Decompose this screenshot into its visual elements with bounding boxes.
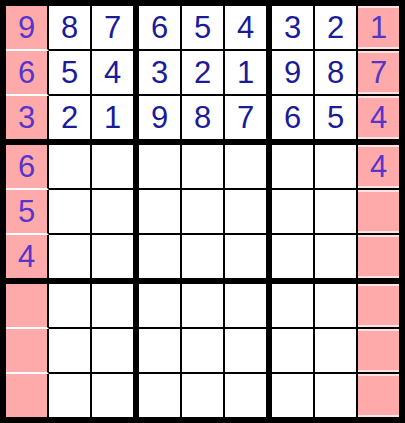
cell-r8c2[interactable] — [49, 329, 92, 374]
cell-r5c6[interactable] — [225, 190, 272, 235]
cell-r6c2[interactable] — [49, 235, 92, 284]
cell-r7c5[interactable] — [182, 284, 225, 329]
cell-r7c4[interactable] — [139, 284, 182, 329]
cell-r6c9[interactable] — [358, 235, 399, 284]
cell-r3c9[interactable]: 4 — [358, 96, 399, 145]
cell-r9c6[interactable] — [225, 374, 272, 417]
cell-r5c7[interactable] — [272, 190, 315, 235]
cell-r4c6[interactable] — [225, 145, 272, 190]
cell-r4c9[interactable]: 4 — [358, 145, 399, 190]
cell-r6c4[interactable] — [139, 235, 182, 284]
cell-r1c7[interactable]: 3 — [272, 6, 315, 51]
cell-r2c1[interactable]: 6 — [6, 51, 49, 96]
cell-r2c7[interactable]: 9 — [272, 51, 315, 96]
cell-r8c5[interactable] — [182, 329, 225, 374]
board-row-1: 987654321 — [6, 6, 399, 51]
cell-r7c1[interactable] — [6, 284, 49, 329]
cell-r5c3[interactable] — [92, 190, 139, 235]
cell-r9c4[interactable] — [139, 374, 182, 417]
cell-r4c1[interactable]: 6 — [6, 145, 49, 190]
cell-r9c9[interactable] — [358, 374, 399, 417]
sudoku-board: 9876543216543219873219876546454 — [0, 0, 405, 423]
cell-r2c5[interactable]: 2 — [182, 51, 225, 96]
cell-r2c9[interactable]: 7 — [358, 51, 399, 96]
cell-r3c2[interactable]: 2 — [49, 96, 92, 145]
cell-r5c5[interactable] — [182, 190, 225, 235]
cell-r5c9[interactable] — [358, 190, 399, 235]
cell-r5c8[interactable] — [315, 190, 358, 235]
cell-r9c1[interactable] — [6, 374, 49, 417]
board-row-2: 654321987 — [6, 51, 399, 96]
cell-r5c1[interactable]: 5 — [6, 190, 49, 235]
cell-r3c5[interactable]: 8 — [182, 96, 225, 145]
cell-r9c3[interactable] — [92, 374, 139, 417]
cell-r3c1[interactable]: 3 — [6, 96, 49, 145]
board-row-6: 4 — [6, 235, 399, 284]
cell-r4c4[interactable] — [139, 145, 182, 190]
cell-r1c3[interactable]: 7 — [92, 6, 139, 51]
cell-r6c8[interactable] — [315, 235, 358, 284]
cell-r1c1[interactable]: 9 — [6, 6, 49, 51]
cell-r3c6[interactable]: 7 — [225, 96, 272, 145]
cell-r8c4[interactable] — [139, 329, 182, 374]
cell-r8c9[interactable] — [358, 329, 399, 374]
cell-r7c2[interactable] — [49, 284, 92, 329]
board-row-7 — [6, 284, 399, 329]
cell-r1c6[interactable]: 4 — [225, 6, 272, 51]
cell-r4c5[interactable] — [182, 145, 225, 190]
cell-r4c8[interactable] — [315, 145, 358, 190]
cell-r7c6[interactable] — [225, 284, 272, 329]
cell-r8c6[interactable] — [225, 329, 272, 374]
board-row-3: 321987654 — [6, 96, 399, 145]
cell-r2c3[interactable]: 4 — [92, 51, 139, 96]
cell-r1c4[interactable]: 6 — [139, 6, 182, 51]
cell-r9c5[interactable] — [182, 374, 225, 417]
cell-r1c8[interactable]: 2 — [315, 6, 358, 51]
board-row-4: 64 — [6, 145, 399, 190]
cell-r9c2[interactable] — [49, 374, 92, 417]
cell-r2c4[interactable]: 3 — [139, 51, 182, 96]
cell-r1c2[interactable]: 8 — [49, 6, 92, 51]
cell-r1c9[interactable]: 1 — [358, 6, 399, 51]
cell-r6c7[interactable] — [272, 235, 315, 284]
cell-r4c2[interactable] — [49, 145, 92, 190]
cell-r7c8[interactable] — [315, 284, 358, 329]
cell-r9c7[interactable] — [272, 374, 315, 417]
cell-r7c9[interactable] — [358, 284, 399, 329]
cell-r3c4[interactable]: 9 — [139, 96, 182, 145]
cell-r4c3[interactable] — [92, 145, 139, 190]
cell-r7c3[interactable] — [92, 284, 139, 329]
cell-r8c3[interactable] — [92, 329, 139, 374]
board-row-5: 5 — [6, 190, 399, 235]
cell-r8c7[interactable] — [272, 329, 315, 374]
cell-r5c4[interactable] — [139, 190, 182, 235]
cell-r1c5[interactable]: 5 — [182, 6, 225, 51]
cell-r2c2[interactable]: 5 — [49, 51, 92, 96]
cell-r3c3[interactable]: 1 — [92, 96, 139, 145]
cell-r3c8[interactable]: 5 — [315, 96, 358, 145]
cell-r6c5[interactable] — [182, 235, 225, 284]
cell-r6c6[interactable] — [225, 235, 272, 284]
cell-r2c8[interactable]: 8 — [315, 51, 358, 96]
cell-r7c7[interactable] — [272, 284, 315, 329]
cell-r8c1[interactable] — [6, 329, 49, 374]
board-row-8 — [6, 329, 399, 374]
cell-r6c3[interactable] — [92, 235, 139, 284]
cell-r2c6[interactable]: 1 — [225, 51, 272, 96]
cell-r8c8[interactable] — [315, 329, 358, 374]
cell-r3c7[interactable]: 6 — [272, 96, 315, 145]
cell-r9c8[interactable] — [315, 374, 358, 417]
cell-r5c2[interactable] — [49, 190, 92, 235]
cell-r6c1[interactable]: 4 — [6, 235, 49, 284]
board-row-9 — [6, 374, 399, 417]
cell-r4c7[interactable] — [272, 145, 315, 190]
